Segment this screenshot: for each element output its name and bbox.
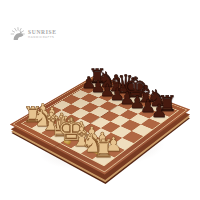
square-e3 (81, 123, 101, 134)
square-f5 (110, 115, 130, 126)
square-g5 (121, 120, 141, 131)
brand-text-block: SUNRISE HANDICRAFTS (28, 29, 57, 39)
square-f1 (71, 141, 92, 153)
square-f3 (91, 128, 111, 140)
square-g3 (102, 133, 122, 145)
square-c1 (41, 126, 61, 137)
square-h6 (141, 118, 161, 129)
square-h4 (122, 131, 142, 143)
square-g4 (111, 126, 131, 137)
product-photo[interactable]: SUNRISE HANDICRAFTS ♜♞♝♛♚♝♞♜♟♟♟♟♟♟♟♟♟♟♟♟… (0, 0, 200, 200)
square-h3 (113, 138, 134, 150)
square-h2 (103, 144, 124, 157)
sunrise-horse-icon (9, 26, 26, 42)
square-c2 (52, 120, 72, 131)
square-f4 (101, 122, 121, 133)
brand-watermark: SUNRISE HANDICRAFTS (9, 26, 57, 42)
square-h5 (132, 125, 152, 136)
brand-subtext: HANDICRAFTS (28, 36, 57, 39)
square-e4 (91, 117, 111, 128)
square-h7 (149, 112, 169, 123)
square-d3 (71, 119, 91, 130)
square-g6 (130, 114, 150, 125)
square-b1 (32, 122, 52, 133)
square-d2 (61, 125, 81, 136)
square-f2 (81, 134, 101, 146)
square-e2 (71, 129, 91, 141)
